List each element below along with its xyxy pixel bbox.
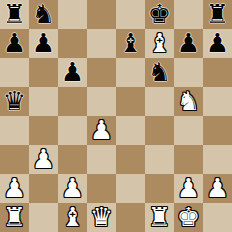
square-e1[interactable] <box>116 203 145 232</box>
square-d7[interactable] <box>87 29 116 58</box>
square-g7[interactable]: ♟ <box>174 29 203 58</box>
square-e8[interactable] <box>116 0 145 29</box>
square-e7[interactable]: ♝ <box>116 29 145 58</box>
square-f8[interactable]: ♚ <box>145 0 174 29</box>
square-b8[interactable]: ♞ <box>29 0 58 29</box>
square-b5[interactable] <box>29 87 58 116</box>
white-pawn[interactable]: ♟ <box>61 174 84 203</box>
square-f4[interactable] <box>145 116 174 145</box>
square-b7[interactable]: ♟ <box>29 29 58 58</box>
square-g2[interactable]: ♟ <box>174 174 203 203</box>
black-rook[interactable]: ♜ <box>206 0 229 29</box>
square-h4[interactable] <box>203 116 232 145</box>
square-e5[interactable] <box>116 87 145 116</box>
square-h2[interactable]: ♟ <box>203 174 232 203</box>
square-c6[interactable]: ♟ <box>58 58 87 87</box>
square-d2[interactable] <box>87 174 116 203</box>
white-bishop[interactable]: ♝ <box>61 203 84 232</box>
square-a6[interactable] <box>0 58 29 87</box>
square-g5[interactable]: ♞ <box>174 87 203 116</box>
white-bishop[interactable]: ♝ <box>148 29 171 58</box>
square-g8[interactable] <box>174 0 203 29</box>
square-d8[interactable] <box>87 0 116 29</box>
square-c2[interactable]: ♟ <box>58 174 87 203</box>
square-b2[interactable] <box>29 174 58 203</box>
square-d5[interactable] <box>87 87 116 116</box>
square-d3[interactable] <box>87 145 116 174</box>
white-pawn[interactable]: ♟ <box>3 174 26 203</box>
square-f7[interactable]: ♝ <box>145 29 174 58</box>
black-knight[interactable]: ♞ <box>32 0 55 29</box>
black-knight[interactable]: ♞ <box>148 58 171 87</box>
square-f3[interactable] <box>145 145 174 174</box>
square-c3[interactable] <box>58 145 87 174</box>
black-rook[interactable]: ♜ <box>3 0 26 29</box>
square-d6[interactable] <box>87 58 116 87</box>
square-h1[interactable] <box>203 203 232 232</box>
square-g4[interactable] <box>174 116 203 145</box>
square-h5[interactable] <box>203 87 232 116</box>
square-b6[interactable] <box>29 58 58 87</box>
square-a1[interactable]: ♜ <box>0 203 29 232</box>
square-d4[interactable]: ♟ <box>87 116 116 145</box>
square-f6[interactable]: ♞ <box>145 58 174 87</box>
square-b3[interactable]: ♟ <box>29 145 58 174</box>
black-pawn[interactable]: ♟ <box>3 29 26 58</box>
black-pawn[interactable]: ♟ <box>206 29 229 58</box>
square-e2[interactable] <box>116 174 145 203</box>
square-a7[interactable]: ♟ <box>0 29 29 58</box>
square-c7[interactable] <box>58 29 87 58</box>
square-h3[interactable] <box>203 145 232 174</box>
square-a4[interactable] <box>0 116 29 145</box>
square-a3[interactable] <box>0 145 29 174</box>
square-c4[interactable] <box>58 116 87 145</box>
square-g6[interactable] <box>174 58 203 87</box>
square-a2[interactable]: ♟ <box>0 174 29 203</box>
square-b4[interactable] <box>29 116 58 145</box>
square-h8[interactable]: ♜ <box>203 0 232 29</box>
black-king[interactable]: ♚ <box>148 0 171 29</box>
square-g1[interactable]: ♚ <box>174 203 203 232</box>
black-bishop[interactable]: ♝ <box>119 29 142 58</box>
square-g3[interactable] <box>174 145 203 174</box>
square-h7[interactable]: ♟ <box>203 29 232 58</box>
white-pawn[interactable]: ♟ <box>177 174 200 203</box>
square-c1[interactable]: ♝ <box>58 203 87 232</box>
square-a5[interactable]: ♛ <box>0 87 29 116</box>
white-pawn[interactable]: ♟ <box>206 174 229 203</box>
square-a8[interactable]: ♜ <box>0 0 29 29</box>
white-pawn[interactable]: ♟ <box>90 116 113 145</box>
white-king[interactable]: ♚ <box>177 203 200 232</box>
black-pawn[interactable]: ♟ <box>177 29 200 58</box>
square-d1[interactable]: ♛ <box>87 203 116 232</box>
square-e3[interactable] <box>116 145 145 174</box>
black-pawn[interactable]: ♟ <box>61 58 84 87</box>
square-f5[interactable] <box>145 87 174 116</box>
square-e4[interactable] <box>116 116 145 145</box>
square-b1[interactable] <box>29 203 58 232</box>
white-rook[interactable]: ♜ <box>148 203 171 232</box>
square-c5[interactable] <box>58 87 87 116</box>
square-f2[interactable] <box>145 174 174 203</box>
black-queen[interactable]: ♛ <box>3 87 26 116</box>
white-knight[interactable]: ♞ <box>177 87 200 116</box>
white-queen[interactable]: ♛ <box>90 203 113 232</box>
white-pawn[interactable]: ♟ <box>32 145 55 174</box>
square-c8[interactable] <box>58 0 87 29</box>
white-rook[interactable]: ♜ <box>3 203 26 232</box>
square-f1[interactable]: ♜ <box>145 203 174 232</box>
square-e6[interactable] <box>116 58 145 87</box>
chess-board: ♜♞♚♜♟♟♝♝♟♟♟♞♛♞♟♟♟♟♟♟♜♝♛♜♚ <box>0 0 232 232</box>
black-pawn[interactable]: ♟ <box>32 29 55 58</box>
square-h6[interactable] <box>203 58 232 87</box>
